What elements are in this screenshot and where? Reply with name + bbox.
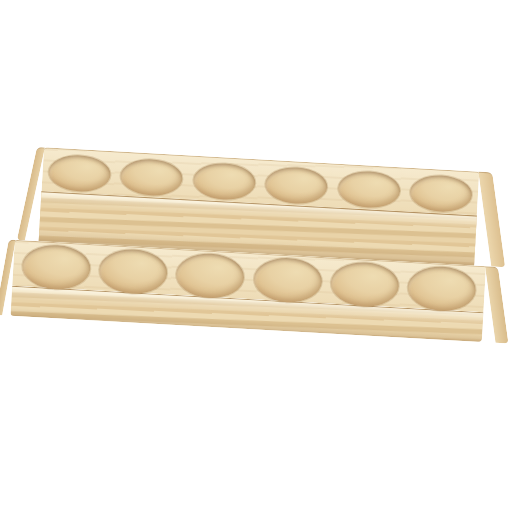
top-rail-right-end-face xyxy=(478,172,505,268)
pit-top-6[interactable] xyxy=(409,174,473,213)
pit-top-4[interactable] xyxy=(264,166,328,205)
pit-bottom-6[interactable] xyxy=(406,265,476,313)
pit-top-1[interactable] xyxy=(48,154,112,193)
mancala-board xyxy=(9,146,497,362)
product-photo-white-background xyxy=(0,0,510,510)
pit-top-3[interactable] xyxy=(192,162,256,201)
pit-top-2[interactable] xyxy=(120,158,184,197)
pit-bottom-2[interactable] xyxy=(98,248,168,296)
pit-top-5[interactable] xyxy=(337,170,401,209)
pit-bottom-1[interactable] xyxy=(21,243,91,291)
pit-bottom-3[interactable] xyxy=(175,252,245,300)
pit-bottom-4[interactable] xyxy=(252,256,322,304)
pit-bottom-5[interactable] xyxy=(329,261,399,309)
bottom-rail-right-end-face xyxy=(485,266,508,343)
